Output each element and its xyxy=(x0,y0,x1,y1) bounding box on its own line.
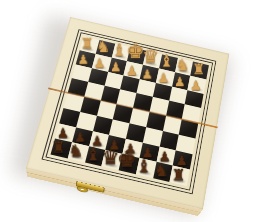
scene: ♜♞♝♚♛♝♞♜♟♟♟♟♟♟♟♟♟♟♟♟♟♟♟♟♜♞♝♛♚♝♞♜ xyxy=(47,22,219,194)
white-knight[interactable]: ♞ xyxy=(96,39,110,55)
square-e4[interactable] xyxy=(117,90,137,108)
white-pawn[interactable]: ♟ xyxy=(110,60,121,73)
white-queen[interactable]: ♛ xyxy=(143,47,160,65)
white-pawn[interactable]: ♟ xyxy=(190,79,201,92)
black-rook[interactable]: ♜ xyxy=(171,168,185,184)
square-a1[interactable]: ♜ xyxy=(190,62,208,80)
black-rook[interactable]: ♜ xyxy=(52,140,66,156)
square-b4[interactable] xyxy=(166,101,185,120)
chess-box: ♜♞♝♚♛♝♞♜♟♟♟♟♟♟♟♟♟♟♟♟♟♟♟♟♜♞♝♛♚♝♞♜ xyxy=(26,17,230,209)
white-pawn[interactable]: ♟ xyxy=(126,64,137,77)
white-pawn[interactable]: ♟ xyxy=(174,75,185,88)
white-rook[interactable]: ♜ xyxy=(192,62,205,77)
white-pawn[interactable]: ♟ xyxy=(142,67,153,80)
black-bishop[interactable]: ♝ xyxy=(85,146,101,164)
white-pawn[interactable]: ♟ xyxy=(94,56,105,69)
white-pawn[interactable]: ♟ xyxy=(78,53,89,66)
square-h4[interactable] xyxy=(68,78,88,96)
square-a4[interactable] xyxy=(182,104,201,123)
square-f5[interactable] xyxy=(97,100,117,119)
white-bishop[interactable]: ♝ xyxy=(159,53,174,69)
square-a5[interactable] xyxy=(179,119,198,138)
square-a2[interactable]: ♟ xyxy=(188,76,207,94)
black-bishop[interactable]: ♝ xyxy=(136,158,152,176)
black-knight[interactable]: ♞ xyxy=(154,163,169,180)
square-f4[interactable] xyxy=(100,86,120,104)
square-d4[interactable] xyxy=(133,93,153,112)
white-rook[interactable]: ♜ xyxy=(81,37,94,52)
square-a8[interactable]: ♜ xyxy=(170,166,190,186)
white-pawn[interactable]: ♟ xyxy=(158,71,169,84)
white-bishop[interactable]: ♝ xyxy=(112,42,127,58)
photo-stage: ♜♞♝♚♛♝♞♜♟♟♟♟♟♟♟♟♟♟♟♟♟♟♟♟♜♞♝♛♚♝♞♜ xyxy=(0,0,258,222)
chess-board: ♜♞♝♚♛♝♞♜♟♟♟♟♟♟♟♟♟♟♟♟♟♟♟♟♜♞♝♛♚♝♞♜ xyxy=(50,36,208,186)
white-knight[interactable]: ♞ xyxy=(176,58,190,74)
black-king[interactable]: ♚ xyxy=(117,149,137,171)
black-knight[interactable]: ♞ xyxy=(68,143,83,160)
